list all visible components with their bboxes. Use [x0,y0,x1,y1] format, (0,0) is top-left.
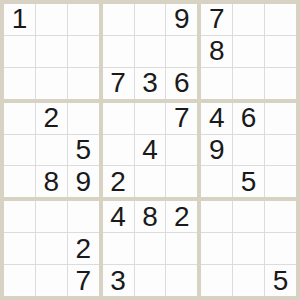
cell-r5c9[interactable] [265,135,296,166]
cell-r7c2[interactable] [36,201,67,232]
cell-r9c4[interactable]: 3 [103,265,134,296]
box-2-3: 4695 [201,103,296,198]
cell-r5c7[interactable]: 9 [201,135,232,166]
cell-r4c4[interactable] [103,103,134,134]
cell-r1c9[interactable] [265,4,296,35]
cell-r1c2[interactable] [36,4,67,35]
box-2-2: 742 [103,103,198,198]
cell-r9c6[interactable] [166,265,197,296]
cell-r5c1[interactable] [4,135,35,166]
cell-r7c5[interactable]: 8 [135,201,166,232]
cell-r4c8[interactable]: 6 [233,103,264,134]
cell-r4c2[interactable]: 2 [36,103,67,134]
cell-r9c5[interactable] [135,265,166,296]
cell-r3c9[interactable] [265,68,296,99]
cell-r9c1[interactable] [4,265,35,296]
cell-r7c4[interactable]: 4 [103,201,134,232]
cell-r6c9[interactable] [265,166,296,197]
cell-r3c7[interactable] [201,68,232,99]
cell-r8c9[interactable] [265,233,296,264]
cell-r6c5[interactable] [135,166,166,197]
cell-r1c6[interactable]: 9 [166,4,197,35]
cell-r4c5[interactable] [135,103,166,134]
box-3-3: 5 [201,201,296,296]
cell-r8c5[interactable] [135,233,166,264]
cell-r1c5[interactable] [135,4,166,35]
cell-r8c7[interactable] [201,233,232,264]
cell-r2c7[interactable]: 8 [201,36,232,67]
box-3-2: 4823 [103,201,198,296]
box-2-1: 2589 [4,103,99,198]
cell-r9c3[interactable]: 7 [68,265,99,296]
cell-r5c2[interactable] [36,135,67,166]
cell-r5c3[interactable]: 5 [68,135,99,166]
cell-r6c8[interactable]: 5 [233,166,264,197]
cell-r8c4[interactable] [103,233,134,264]
cell-r2c2[interactable] [36,36,67,67]
cell-r3c3[interactable] [68,68,99,99]
cell-r1c3[interactable] [68,4,99,35]
cell-r9c9[interactable]: 5 [265,265,296,296]
cell-r2c6[interactable] [166,36,197,67]
cell-r3c6[interactable]: 6 [166,68,197,99]
cell-r7c7[interactable] [201,201,232,232]
cell-r6c2[interactable]: 8 [36,166,67,197]
cell-r6c6[interactable] [166,166,197,197]
cell-r7c8[interactable] [233,201,264,232]
cell-r4c6[interactable]: 7 [166,103,197,134]
cell-r6c4[interactable]: 2 [103,166,134,197]
cell-r5c6[interactable] [166,135,197,166]
cell-r7c9[interactable] [265,201,296,232]
cell-r6c1[interactable] [4,166,35,197]
cell-r3c2[interactable] [36,68,67,99]
box-1-1: 1 [4,4,99,99]
cell-r6c7[interactable] [201,166,232,197]
cell-r4c1[interactable] [4,103,35,134]
box-3-1: 27 [4,201,99,296]
cell-r2c1[interactable] [4,36,35,67]
cell-r9c8[interactable] [233,265,264,296]
cell-r9c2[interactable] [36,265,67,296]
cell-r2c9[interactable] [265,36,296,67]
cell-r4c9[interactable] [265,103,296,134]
cell-r8c2[interactable] [36,233,67,264]
cell-r8c1[interactable] [4,233,35,264]
cell-r3c8[interactable] [233,68,264,99]
cell-r1c8[interactable] [233,4,264,35]
cell-r8c3[interactable]: 2 [68,233,99,264]
cell-r2c8[interactable] [233,36,264,67]
cell-r8c8[interactable] [233,233,264,264]
cell-r2c4[interactable] [103,36,134,67]
cell-r4c7[interactable]: 4 [201,103,232,134]
cell-r1c1[interactable]: 1 [4,4,35,35]
cell-r7c6[interactable]: 2 [166,201,197,232]
box-1-2: 9736 [103,4,198,99]
cell-r2c3[interactable] [68,36,99,67]
cell-r6c3[interactable]: 9 [68,166,99,197]
cell-r8c6[interactable] [166,233,197,264]
cell-r3c1[interactable] [4,68,35,99]
cell-r5c5[interactable]: 4 [135,135,166,166]
cell-r1c7[interactable]: 7 [201,4,232,35]
cell-r5c4[interactable] [103,135,134,166]
cell-r9c7[interactable] [201,265,232,296]
box-1-3: 78 [201,4,296,99]
cell-r3c4[interactable]: 7 [103,68,134,99]
cell-r2c5[interactable] [135,36,166,67]
cell-r1c4[interactable] [103,4,134,35]
cell-r7c1[interactable] [4,201,35,232]
cell-r5c8[interactable] [233,135,264,166]
cell-r7c3[interactable] [68,201,99,232]
sudoku-board: 1973678258974246952748235 [0,0,300,300]
cell-r3c5[interactable]: 3 [135,68,166,99]
cell-r4c3[interactable] [68,103,99,134]
